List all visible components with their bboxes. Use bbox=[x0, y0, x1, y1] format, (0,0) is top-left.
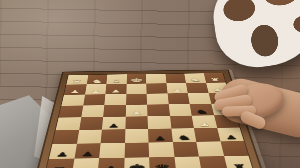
square-f8[interactable]: ♝ bbox=[98, 158, 125, 168]
square-b2[interactable] bbox=[186, 83, 208, 93]
white-knight-g1[interactable]: ♞ bbox=[86, 70, 106, 84]
square-b5[interactable]: ♟ bbox=[192, 115, 217, 128]
square-e8[interactable]: ♚ bbox=[124, 157, 150, 168]
square-h8[interactable]: ♜ bbox=[45, 159, 74, 168]
photo-scene: ♜♞♝♚♞♜♟♟♟♟♟♟♞♛♟♟♟♞♟♟♟♜♝♚♛♜ bbox=[0, 0, 300, 168]
square-e3[interactable] bbox=[126, 94, 147, 105]
square-d1[interactable] bbox=[146, 74, 166, 84]
square-e7[interactable] bbox=[124, 143, 149, 158]
square-g7[interactable]: ♟ bbox=[74, 143, 101, 158]
square-c6[interactable]: ♞ bbox=[171, 128, 196, 142]
square-b1[interactable]: ♞ bbox=[184, 73, 205, 83]
square-b7[interactable] bbox=[196, 141, 223, 156]
square-g3[interactable] bbox=[83, 94, 106, 105]
black-pawn-g7[interactable]: ♟ bbox=[74, 143, 99, 158]
square-f3[interactable] bbox=[104, 94, 126, 105]
black-pawn-a6[interactable]: ♟ bbox=[220, 127, 244, 141]
square-h4[interactable] bbox=[59, 105, 83, 117]
white-rook-h1[interactable]: ♜ bbox=[66, 72, 86, 84]
black-rook-h8[interactable]: ♜ bbox=[45, 158, 71, 168]
white-pawn-g2[interactable]: ♟ bbox=[85, 82, 106, 94]
square-h2[interactable]: ♟ bbox=[64, 84, 86, 94]
square-f7[interactable] bbox=[99, 143, 124, 158]
square-f6[interactable] bbox=[101, 129, 125, 143]
white-pawn-h2[interactable]: ♟ bbox=[64, 82, 85, 94]
white-pawn-e4[interactable]: ♟ bbox=[125, 103, 147, 116]
black-pawn-f5[interactable]: ♟ bbox=[102, 115, 125, 128]
square-e5[interactable] bbox=[125, 116, 148, 129]
square-e1[interactable]: ♚ bbox=[126, 74, 146, 84]
square-c2[interactable]: ♟ bbox=[166, 83, 188, 93]
square-d7[interactable] bbox=[149, 142, 174, 157]
square-a6[interactable]: ♟ bbox=[217, 128, 244, 142]
white-knight-b1[interactable]: ♞ bbox=[186, 69, 206, 83]
square-e2[interactable] bbox=[126, 84, 147, 94]
square-c4[interactable] bbox=[168, 104, 191, 116]
square-g4[interactable] bbox=[81, 105, 104, 117]
square-a7[interactable] bbox=[220, 141, 248, 156]
square-g1[interactable]: ♞ bbox=[86, 75, 107, 85]
white-pawn-c2[interactable]: ♟ bbox=[167, 81, 188, 93]
square-g6[interactable] bbox=[77, 130, 102, 144]
square-a1[interactable]: ♜ bbox=[203, 73, 225, 83]
square-d3[interactable] bbox=[147, 93, 169, 104]
white-rook-a1[interactable]: ♜ bbox=[205, 70, 225, 82]
square-h6[interactable] bbox=[52, 130, 78, 144]
square-h5[interactable] bbox=[56, 117, 81, 130]
square-h3[interactable] bbox=[61, 95, 84, 106]
square-c1[interactable] bbox=[165, 74, 186, 84]
square-c7[interactable] bbox=[172, 142, 198, 157]
square-f4[interactable] bbox=[103, 105, 126, 117]
square-d4[interactable] bbox=[147, 104, 170, 116]
black-pawn-d6[interactable]: ♟ bbox=[148, 128, 172, 142]
square-c3[interactable] bbox=[167, 93, 189, 104]
square-a8[interactable]: ♜ bbox=[224, 156, 254, 168]
black-pawn-h7[interactable]: ♟ bbox=[49, 143, 74, 158]
square-e4[interactable]: ♟ bbox=[125, 105, 147, 117]
square-f1[interactable]: ♝ bbox=[106, 74, 126, 84]
square-d8[interactable]: ♛ bbox=[149, 157, 176, 168]
black-rook-a8[interactable]: ♜ bbox=[227, 155, 253, 168]
square-c5[interactable] bbox=[170, 116, 194, 129]
square-f2[interactable]: ♟ bbox=[105, 84, 126, 94]
square-d5[interactable] bbox=[148, 116, 171, 129]
square-c8[interactable] bbox=[174, 157, 202, 168]
square-g2[interactable]: ♟ bbox=[85, 84, 107, 94]
square-f5[interactable]: ♟ bbox=[102, 117, 125, 130]
square-h1[interactable]: ♜ bbox=[66, 75, 88, 85]
square-d2[interactable] bbox=[146, 83, 167, 93]
square-b3[interactable] bbox=[188, 93, 211, 104]
square-e6[interactable] bbox=[125, 129, 149, 143]
white-bishop-f1[interactable]: ♝ bbox=[106, 70, 126, 84]
white-pawn-f2[interactable]: ♟ bbox=[105, 82, 126, 94]
square-d6[interactable]: ♟ bbox=[148, 129, 172, 143]
square-h7[interactable]: ♟ bbox=[49, 144, 77, 159]
square-g5[interactable] bbox=[79, 117, 103, 130]
square-g8[interactable] bbox=[71, 158, 99, 168]
square-b4[interactable]: ♞ bbox=[190, 104, 214, 116]
square-b6[interactable] bbox=[194, 128, 220, 142]
